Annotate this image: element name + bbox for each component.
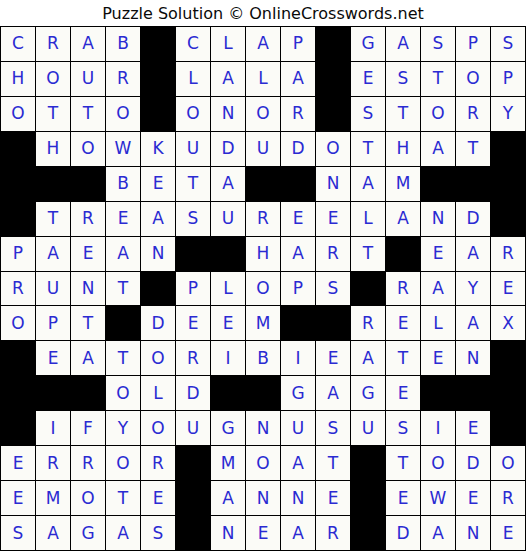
letter-cell-r14c3: O <box>71 481 105 515</box>
letter-cell-r14c4: T <box>106 481 140 515</box>
letter-cell-r3c15: Y <box>491 97 525 131</box>
letter-cell-r13c8: O <box>246 446 280 480</box>
letter-cell-r9c6: E <box>176 306 210 340</box>
letter-cell-r7c13: E <box>421 237 455 271</box>
block-cell-r11c3 <box>71 376 105 410</box>
letter-cell-r9c13: L <box>421 306 455 340</box>
letter-cell-r8c9: P <box>281 272 315 306</box>
letter-cell-r1c4: B <box>106 27 140 61</box>
letter-cell-r8c3: N <box>71 272 105 306</box>
letter-cell-r8c10: S <box>316 272 350 306</box>
letter-cell-r8c13: A <box>421 272 455 306</box>
letter-cell-r13c12: T <box>386 446 420 480</box>
letter-cell-r14c7: A <box>211 481 245 515</box>
letter-cell-r8c14: Y <box>456 272 490 306</box>
letter-cell-r7c3: E <box>71 237 105 271</box>
letter-cell-r8c12: R <box>386 272 420 306</box>
letter-cell-r6c6: S <box>176 202 210 236</box>
letter-cell-r2c4: R <box>106 62 140 96</box>
letter-cell-r9c3: T <box>71 306 105 340</box>
letter-cell-r15c12: D <box>386 516 420 550</box>
letter-cell-r5c7: A <box>211 167 245 201</box>
letter-cell-r1c13: S <box>421 27 455 61</box>
letter-cell-r11c10: A <box>316 376 350 410</box>
letter-cell-r13c9: A <box>281 446 315 480</box>
block-cell-r13c6 <box>176 446 210 480</box>
letter-cell-r13c3: R <box>71 446 105 480</box>
letter-cell-r12c4: Y <box>106 411 140 445</box>
letter-cell-r5c4: B <box>106 167 140 201</box>
letter-cell-r6c14: D <box>456 202 490 236</box>
letter-cell-r4c3: O <box>71 132 105 166</box>
letter-cell-r7c8: H <box>246 237 280 271</box>
letter-cell-r2c15: P <box>491 62 525 96</box>
block-cell-r7c6 <box>176 237 210 271</box>
letter-cell-r2c8: L <box>246 62 280 96</box>
block-cell-r14c6 <box>176 481 210 515</box>
block-cell-r15c11 <box>351 516 385 550</box>
block-cell-r8c11 <box>351 272 385 306</box>
letter-cell-r15c10: R <box>316 516 350 550</box>
letter-cell-r2c11: E <box>351 62 385 96</box>
letter-cell-r13c5: R <box>141 446 175 480</box>
letter-cell-r3c9: R <box>281 97 315 131</box>
block-cell-r11c1 <box>1 376 35 410</box>
letter-cell-r10c12: T <box>386 341 420 375</box>
letter-cell-r15c8: E <box>246 516 280 550</box>
letter-cell-r15c9: A <box>281 516 315 550</box>
letter-cell-r2c2: O <box>36 62 70 96</box>
letter-cell-r14c14: E <box>456 481 490 515</box>
letter-cell-r8c8: O <box>246 272 280 306</box>
letter-cell-r2c12: S <box>386 62 420 96</box>
block-cell-r5c8 <box>246 167 280 201</box>
letter-cell-r3c4: O <box>106 97 140 131</box>
letter-cell-r4c6: U <box>176 132 210 166</box>
letter-cell-r5c11: A <box>351 167 385 201</box>
letter-cell-r8c7: L <box>211 272 245 306</box>
block-cell-r5c1 <box>1 167 35 201</box>
letter-cell-r7c1: P <box>1 237 35 271</box>
block-cell-r4c15 <box>491 132 525 166</box>
letter-cell-r15c7: N <box>211 516 245 550</box>
letter-cell-r15c5: S <box>141 516 175 550</box>
block-cell-r3c10 <box>316 97 350 131</box>
block-cell-r5c2 <box>36 167 70 201</box>
letter-cell-r11c4: O <box>106 376 140 410</box>
block-cell-r10c15 <box>491 341 525 375</box>
letter-cell-r12c10: S <box>316 411 350 445</box>
block-cell-r5c13 <box>421 167 455 201</box>
block-cell-r5c15 <box>491 167 525 201</box>
block-cell-r11c14 <box>456 376 490 410</box>
block-cell-r2c5 <box>141 62 175 96</box>
letter-cell-r1c11: G <box>351 27 385 61</box>
letter-cell-r2c3: U <box>71 62 105 96</box>
letter-cell-r9c15: X <box>491 306 525 340</box>
letter-cell-r12c12: S <box>386 411 420 445</box>
block-cell-r11c7 <box>211 376 245 410</box>
letter-cell-r14c10: E <box>316 481 350 515</box>
letter-cell-r14c15: R <box>491 481 525 515</box>
block-cell-r5c9 <box>281 167 315 201</box>
letter-cell-r1c6: C <box>176 27 210 61</box>
block-cell-r3c5 <box>141 97 175 131</box>
letter-cell-r4c4: W <box>106 132 140 166</box>
block-cell-r1c5 <box>141 27 175 61</box>
letter-cell-r9c8: M <box>246 306 280 340</box>
letter-cell-r7c10: R <box>316 237 350 271</box>
letter-cell-r8c2: U <box>36 272 70 306</box>
letter-cell-r8c6: P <box>176 272 210 306</box>
letter-cell-r15c14: N <box>456 516 490 550</box>
letter-cell-r1c15: S <box>491 27 525 61</box>
block-cell-r12c15 <box>491 411 525 445</box>
letter-cell-r11c5: L <box>141 376 175 410</box>
letter-cell-r13c10: T <box>316 446 350 480</box>
letter-cell-r4c8: U <box>246 132 280 166</box>
letter-cell-r7c11: T <box>351 237 385 271</box>
letter-cell-r5c12: M <box>386 167 420 201</box>
letter-cell-r14c9: N <box>281 481 315 515</box>
block-cell-r1c10 <box>316 27 350 61</box>
letter-cell-r12c3: F <box>71 411 105 445</box>
letter-cell-r3c12: T <box>386 97 420 131</box>
letter-cell-r4c13: A <box>421 132 455 166</box>
letter-cell-r3c1: O <box>1 97 35 131</box>
block-cell-r9c4 <box>106 306 140 340</box>
block-cell-r4c1 <box>1 132 35 166</box>
letter-cell-r14c5: E <box>141 481 175 515</box>
letter-cell-r8c1: R <box>1 272 35 306</box>
letter-cell-r7c5: N <box>141 237 175 271</box>
letter-cell-r12c11: U <box>351 411 385 445</box>
letter-cell-r13c15: O <box>491 446 525 480</box>
block-cell-r11c2 <box>36 376 70 410</box>
letter-cell-r10c13: E <box>421 341 455 375</box>
block-cell-r12c1 <box>1 411 35 445</box>
letter-cell-r2c13: T <box>421 62 455 96</box>
letter-cell-r14c12: E <box>386 481 420 515</box>
letter-cell-r11c11: G <box>351 376 385 410</box>
letter-cell-r1c8: A <box>246 27 280 61</box>
block-cell-r11c8 <box>246 376 280 410</box>
letter-cell-r15c2: A <box>36 516 70 550</box>
block-cell-r5c14 <box>456 167 490 201</box>
letter-cell-r14c1: E <box>1 481 35 515</box>
letter-cell-r3c8: O <box>246 97 280 131</box>
letter-cell-r3c6: O <box>176 97 210 131</box>
crossword-solution-page: Puzzle Solution © OnlineCrosswords.net C… <box>0 0 526 551</box>
letter-cell-r10c14: N <box>456 341 490 375</box>
letter-cell-r10c5: O <box>141 341 175 375</box>
block-cell-r6c1 <box>1 202 35 236</box>
letter-cell-r6c4: E <box>106 202 140 236</box>
letter-cell-r15c4: A <box>106 516 140 550</box>
letter-cell-r6c9: E <box>281 202 315 236</box>
letter-cell-r10c10: E <box>316 341 350 375</box>
letter-cell-r10c4: T <box>106 341 140 375</box>
block-cell-r15c6 <box>176 516 210 550</box>
letter-cell-r4c12: H <box>386 132 420 166</box>
letter-cell-r2c7: A <box>211 62 245 96</box>
letter-cell-r10c11: A <box>351 341 385 375</box>
letter-cell-r4c5: K <box>141 132 175 166</box>
block-cell-r9c9 <box>281 306 315 340</box>
letter-cell-r13c14: D <box>456 446 490 480</box>
letter-cell-r7c15: R <box>491 237 525 271</box>
letter-cell-r6c8: R <box>246 202 280 236</box>
letter-cell-r3c3: T <box>71 97 105 131</box>
title-bar: Puzzle Solution © OnlineCrosswords.net <box>0 0 526 26</box>
letter-cell-r2c9: A <box>281 62 315 96</box>
letter-cell-r3c11: S <box>351 97 385 131</box>
letter-cell-r13c13: O <box>421 446 455 480</box>
block-cell-r11c13 <box>421 376 455 410</box>
letter-cell-r12c6: U <box>176 411 210 445</box>
letter-cell-r4c9: D <box>281 132 315 166</box>
block-cell-r14c11 <box>351 481 385 515</box>
letter-cell-r8c4: T <box>106 272 140 306</box>
page-title: Puzzle Solution © OnlineCrosswords.net <box>102 4 424 23</box>
letter-cell-r2c1: H <box>1 62 35 96</box>
letter-cell-r2c14: O <box>456 62 490 96</box>
letter-cell-r13c4: O <box>106 446 140 480</box>
block-cell-r2c10 <box>316 62 350 96</box>
letter-cell-r4c11: T <box>351 132 385 166</box>
letter-cell-r2c6: L <box>176 62 210 96</box>
letter-cell-r12c7: G <box>211 411 245 445</box>
letter-cell-r11c9: G <box>281 376 315 410</box>
letter-cell-r1c7: L <box>211 27 245 61</box>
block-cell-r6c15 <box>491 202 525 236</box>
letter-cell-r12c2: I <box>36 411 70 445</box>
letter-cell-r7c2: A <box>36 237 70 271</box>
letter-cell-r14c8: N <box>246 481 280 515</box>
letter-cell-r9c1: O <box>1 306 35 340</box>
letter-cell-r10c3: A <box>71 341 105 375</box>
letter-cell-r3c2: T <box>36 97 70 131</box>
block-cell-r11c15 <box>491 376 525 410</box>
letter-cell-r6c2: T <box>36 202 70 236</box>
block-cell-r7c7 <box>211 237 245 271</box>
letter-cell-r3c7: N <box>211 97 245 131</box>
letter-cell-r9c11: R <box>351 306 385 340</box>
letter-cell-r15c3: G <box>71 516 105 550</box>
block-cell-r5c3 <box>71 167 105 201</box>
letter-cell-r4c7: D <box>211 132 245 166</box>
letter-cell-r10c8: B <box>246 341 280 375</box>
letter-cell-r7c4: A <box>106 237 140 271</box>
letter-cell-r1c2: R <box>36 27 70 61</box>
letter-cell-r12c8: N <box>246 411 280 445</box>
letter-cell-r6c10: E <box>316 202 350 236</box>
letter-cell-r7c14: A <box>456 237 490 271</box>
letter-cell-r8c15: E <box>491 272 525 306</box>
letter-cell-r13c7: M <box>211 446 245 480</box>
letter-cell-r6c11: L <box>351 202 385 236</box>
letter-cell-r4c14: T <box>456 132 490 166</box>
letter-cell-r5c6: T <box>176 167 210 201</box>
letter-cell-r13c2: R <box>36 446 70 480</box>
letter-cell-r3c13: O <box>421 97 455 131</box>
letter-cell-r10c7: I <box>211 341 245 375</box>
letter-cell-r5c5: E <box>141 167 175 201</box>
letter-cell-r6c7: U <box>211 202 245 236</box>
letter-cell-r15c15: E <box>491 516 525 550</box>
letter-cell-r1c14: P <box>456 27 490 61</box>
letter-cell-r4c2: H <box>36 132 70 166</box>
letter-cell-r1c9: P <box>281 27 315 61</box>
letter-cell-r9c7: E <box>211 306 245 340</box>
letter-cell-r3c14: R <box>456 97 490 131</box>
letter-cell-r12c13: I <box>421 411 455 445</box>
letter-cell-r10c6: R <box>176 341 210 375</box>
letter-cell-r6c3: R <box>71 202 105 236</box>
letter-cell-r9c14: A <box>456 306 490 340</box>
letter-cell-r11c6: D <box>176 376 210 410</box>
letter-cell-r13c1: E <box>1 446 35 480</box>
letter-cell-r12c9: U <box>281 411 315 445</box>
letter-cell-r1c3: A <box>71 27 105 61</box>
crossword-grid: CRABCLAPGASPSHOURLALAESTOPOTTOONORSTORYH… <box>0 26 526 551</box>
letter-cell-r15c1: S <box>1 516 35 550</box>
letter-cell-r6c13: N <box>421 202 455 236</box>
letter-cell-r1c1: C <box>1 27 35 61</box>
letter-cell-r10c9: I <box>281 341 315 375</box>
letter-cell-r6c5: A <box>141 202 175 236</box>
block-cell-r8c5 <box>141 272 175 306</box>
letter-cell-r9c2: P <box>36 306 70 340</box>
letter-cell-r14c2: M <box>36 481 70 515</box>
letter-cell-r5c10: N <box>316 167 350 201</box>
letter-cell-r12c14: E <box>456 411 490 445</box>
letter-cell-r6c12: A <box>386 202 420 236</box>
letter-cell-r12c5: O <box>141 411 175 445</box>
letter-cell-r1c12: A <box>386 27 420 61</box>
block-cell-r13c11 <box>351 446 385 480</box>
letter-cell-r11c12: E <box>386 376 420 410</box>
letter-cell-r9c12: E <box>386 306 420 340</box>
letter-cell-r14c13: W <box>421 481 455 515</box>
letter-cell-r9c5: D <box>141 306 175 340</box>
block-cell-r9c10 <box>316 306 350 340</box>
letter-cell-r4c10: O <box>316 132 350 166</box>
letter-cell-r7c9: A <box>281 237 315 271</box>
letter-cell-r15c13: A <box>421 516 455 550</box>
letter-cell-r10c2: E <box>36 341 70 375</box>
block-cell-r10c1 <box>1 341 35 375</box>
block-cell-r7c12 <box>386 237 420 271</box>
